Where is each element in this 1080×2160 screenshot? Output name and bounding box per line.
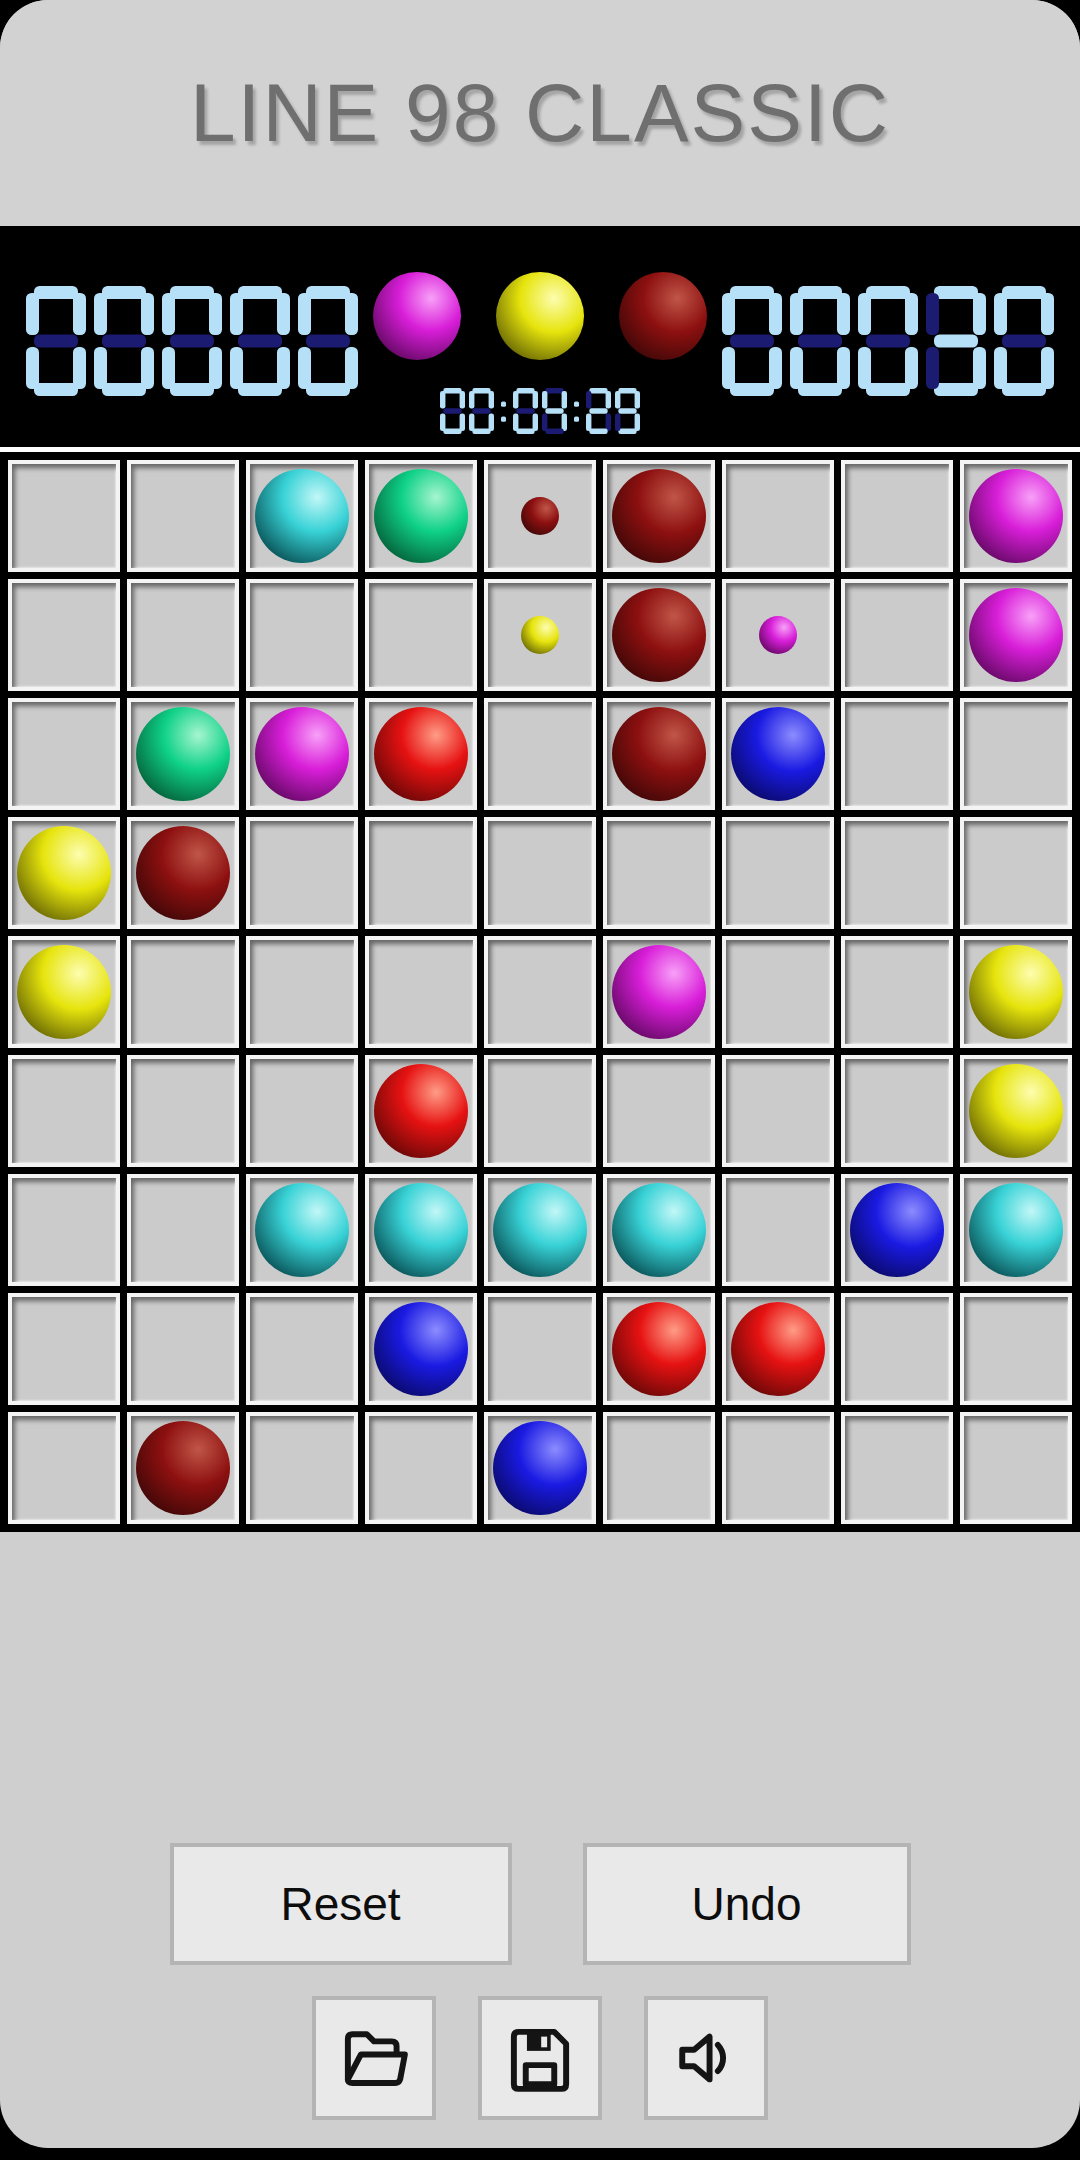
board-cell-r0c7[interactable]	[841, 460, 953, 572]
board-cell-r2c8[interactable]	[960, 698, 1072, 810]
board-cell-r5c0[interactable]	[8, 1055, 120, 1167]
cyan-ball[interactable]	[969, 1183, 1063, 1277]
board-cell-r7c6[interactable]	[722, 1293, 834, 1405]
board-cell-r7c0[interactable]	[8, 1293, 120, 1405]
board-cell-r4c0[interactable]	[8, 936, 120, 1048]
board-cell-r6c1[interactable]	[127, 1174, 239, 1286]
magenta-ball[interactable]	[255, 707, 349, 801]
green-ball[interactable]	[374, 469, 468, 563]
board-cell-r4c3[interactable]	[365, 936, 477, 1048]
board-cell-r8c4[interactable]	[484, 1412, 596, 1524]
yellow-ball[interactable]	[969, 945, 1063, 1039]
board-cell-r5c3[interactable]	[365, 1055, 477, 1167]
small-magenta-ball[interactable]	[759, 616, 797, 654]
board-cell-r5c2[interactable]	[246, 1055, 358, 1167]
board-cell-r1c3[interactable]	[365, 579, 477, 691]
board-cell-r4c7[interactable]	[841, 936, 953, 1048]
board-cell-r4c6[interactable]	[722, 936, 834, 1048]
board-cell-r6c0[interactable]	[8, 1174, 120, 1286]
board-cell-r0c1[interactable]	[127, 460, 239, 572]
red-ball[interactable]	[374, 1064, 468, 1158]
yellow-ball[interactable]	[17, 945, 111, 1039]
board-cell-r2c4[interactable]	[484, 698, 596, 810]
board-cell-r4c1[interactable]	[127, 936, 239, 1048]
cyan-ball[interactable]	[612, 1183, 706, 1277]
red-ball[interactable]	[374, 707, 468, 801]
save-button[interactable]	[478, 1996, 602, 2120]
board-cell-r8c1[interactable]	[127, 1412, 239, 1524]
blue-ball[interactable]	[374, 1302, 468, 1396]
board-cell-r6c4[interactable]	[484, 1174, 596, 1286]
phone-screen: LINE 98 CLASSIC Reset Undo	[0, 0, 1080, 2148]
board-cell-r0c5[interactable]	[603, 460, 715, 572]
small-darkred-ball[interactable]	[521, 497, 559, 535]
board-cell-r6c5[interactable]	[603, 1174, 715, 1286]
undo-button[interactable]: Undo	[583, 1843, 911, 1965]
board-cell-r3c3[interactable]	[365, 817, 477, 929]
reset-button[interactable]: Reset	[170, 1843, 512, 1965]
board-cell-r6c2[interactable]	[246, 1174, 358, 1286]
board-cell-r3c0[interactable]	[8, 817, 120, 929]
board-cell-r0c6[interactable]	[722, 460, 834, 572]
board-cell-r6c8[interactable]	[960, 1174, 1072, 1286]
board-cell-r7c5[interactable]	[603, 1293, 715, 1405]
scoreboard	[0, 226, 1080, 452]
darkred-ball[interactable]	[612, 469, 706, 563]
board-cell-r2c3[interactable]	[365, 698, 477, 810]
board-cell-r2c5[interactable]	[603, 698, 715, 810]
board-cell-r0c8[interactable]	[960, 460, 1072, 572]
board-cell-r8c8[interactable]	[960, 1412, 1072, 1524]
yellow-ball[interactable]	[969, 1064, 1063, 1158]
blue-ball[interactable]	[731, 707, 825, 801]
board-cell-r0c0[interactable]	[8, 460, 120, 572]
title-bar: LINE 98 CLASSIC	[0, 0, 1080, 226]
board-cell-r8c6[interactable]	[722, 1412, 834, 1524]
board-cell-r2c6[interactable]	[722, 698, 834, 810]
board-cell-r3c7[interactable]	[841, 817, 953, 929]
board-cell-r5c6[interactable]	[722, 1055, 834, 1167]
board-cell-r0c2[interactable]	[246, 460, 358, 572]
board-cell-r8c5[interactable]	[603, 1412, 715, 1524]
cyan-ball[interactable]	[374, 1183, 468, 1277]
darkred-ball[interactable]	[612, 588, 706, 682]
buttons-row: Reset Undo	[0, 1843, 1080, 1965]
board-cell-r8c2[interactable]	[246, 1412, 358, 1524]
yellow-ball[interactable]	[17, 826, 111, 920]
next-ball-magenta	[373, 272, 461, 360]
board-cell-r7c3[interactable]	[365, 1293, 477, 1405]
board-cell-r1c1[interactable]	[127, 579, 239, 691]
board-cell-r3c4[interactable]	[484, 817, 596, 929]
open-button[interactable]	[312, 1996, 436, 2120]
next-balls-preview	[373, 272, 707, 360]
board-cell-r5c7[interactable]	[841, 1055, 953, 1167]
board-cell-r2c2[interactable]	[246, 698, 358, 810]
magenta-ball[interactable]	[969, 588, 1063, 682]
cyan-ball[interactable]	[493, 1183, 587, 1277]
board-cell-r0c4[interactable]	[484, 460, 596, 572]
board-cell-r7c4[interactable]	[484, 1293, 596, 1405]
board-cell-r1c4[interactable]	[484, 579, 596, 691]
sound-button[interactable]	[644, 1996, 768, 2120]
green-ball[interactable]	[136, 707, 230, 801]
board-cell-r4c5[interactable]	[603, 936, 715, 1048]
board-cell-r4c2[interactable]	[246, 936, 358, 1048]
board-cell-r5c4[interactable]	[484, 1055, 596, 1167]
board-cell-r5c5[interactable]	[603, 1055, 715, 1167]
board-cell-r1c0[interactable]	[8, 579, 120, 691]
score-left-display	[26, 286, 358, 396]
darkred-ball[interactable]	[612, 707, 706, 801]
icons-row	[0, 1996, 1080, 2120]
darkred-ball[interactable]	[136, 1421, 230, 1515]
board-cell-r6c3[interactable]	[365, 1174, 477, 1286]
cyan-ball[interactable]	[255, 1183, 349, 1277]
board-cell-r1c5[interactable]	[603, 579, 715, 691]
board	[0, 452, 1080, 1532]
red-ball[interactable]	[612, 1302, 706, 1396]
board-cell-r1c8[interactable]	[960, 579, 1072, 691]
save-floppy-icon	[502, 2020, 578, 2096]
board-cell-r6c6[interactable]	[722, 1174, 834, 1286]
score-right-display	[722, 286, 1054, 396]
board-cell-r1c2[interactable]	[246, 579, 358, 691]
board-cell-r3c8[interactable]	[960, 817, 1072, 929]
board-cell-r8c0[interactable]	[8, 1412, 120, 1524]
board-cell-r3c5[interactable]	[603, 817, 715, 929]
magenta-ball[interactable]	[612, 945, 706, 1039]
board-cell-r7c1[interactable]	[127, 1293, 239, 1405]
board-cell-r8c7[interactable]	[841, 1412, 953, 1524]
board-cell-r1c7[interactable]	[841, 579, 953, 691]
board-cell-r4c8[interactable]	[960, 936, 1072, 1048]
timer-display	[440, 388, 640, 434]
next-ball-yellow	[496, 272, 584, 360]
board-cell-r3c2[interactable]	[246, 817, 358, 929]
open-folder-icon	[336, 2020, 412, 2096]
board-cell-r0c3[interactable]	[365, 460, 477, 572]
board-cell-r6c7[interactable]	[841, 1174, 953, 1286]
board-cell-r5c8[interactable]	[960, 1055, 1072, 1167]
board-cell-r5c1[interactable]	[127, 1055, 239, 1167]
cyan-ball[interactable]	[255, 469, 349, 563]
board-cell-r3c1[interactable]	[127, 817, 239, 929]
darkred-ball[interactable]	[136, 826, 230, 920]
board-cell-r7c2[interactable]	[246, 1293, 358, 1405]
board-cell-r3c6[interactable]	[722, 817, 834, 929]
board-cell-r4c4[interactable]	[484, 936, 596, 1048]
board-cell-r8c3[interactable]	[365, 1412, 477, 1524]
app-title: LINE 98 CLASSIC	[190, 66, 890, 160]
red-ball[interactable]	[731, 1302, 825, 1396]
speaker-icon	[668, 2020, 744, 2096]
board-cell-r7c8[interactable]	[960, 1293, 1072, 1405]
board-cell-r2c1[interactable]	[127, 698, 239, 810]
next-ball-darkred	[619, 272, 707, 360]
blue-ball[interactable]	[493, 1421, 587, 1515]
small-yellow-ball[interactable]	[521, 616, 559, 654]
board-cell-r1c6[interactable]	[722, 579, 834, 691]
board-cell-r7c7[interactable]	[841, 1293, 953, 1405]
board-cell-r2c7[interactable]	[841, 698, 953, 810]
blue-ball[interactable]	[850, 1183, 944, 1277]
board-cell-r2c0[interactable]	[8, 698, 120, 810]
magenta-ball[interactable]	[969, 469, 1063, 563]
